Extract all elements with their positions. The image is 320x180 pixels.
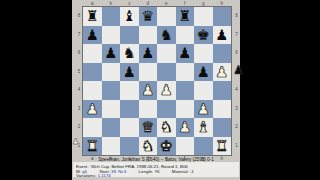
square-f3[interactable] bbox=[176, 100, 195, 119]
black-knight-c6[interactable]: ♞ bbox=[120, 44, 139, 63]
rank-label-5: 5 bbox=[75, 63, 83, 82]
square-b8[interactable] bbox=[102, 7, 121, 26]
square-a8[interactable]: ♜ bbox=[83, 7, 102, 26]
square-d7[interactable] bbox=[139, 26, 158, 45]
square-e3[interactable] bbox=[157, 100, 176, 119]
rank-label-3: 3 bbox=[233, 100, 241, 119]
chess-board[interactable]: ♜♝♛♜♟♞♚♟♟♞♟♟♟♟♟♟♟♟♟♛♞♟♝♜♞♚♜ bbox=[83, 7, 231, 155]
length-label: Length: bbox=[139, 169, 154, 174]
square-e7[interactable]: ♞ bbox=[157, 26, 176, 45]
square-c8[interactable]: ♝ bbox=[120, 7, 139, 26]
square-d1[interactable]: ♞ bbox=[139, 137, 158, 156]
square-d3[interactable] bbox=[139, 100, 158, 119]
square-b2[interactable] bbox=[102, 118, 121, 137]
square-h3[interactable] bbox=[213, 100, 232, 119]
white-knight-e2[interactable]: ♞ bbox=[157, 118, 176, 137]
next-value[interactable]: 39. Nc3 bbox=[111, 169, 126, 174]
white-pawn-f2[interactable]: ♟ bbox=[176, 118, 195, 137]
rank-label-2: 2 bbox=[233, 118, 241, 137]
black-bishop-c8[interactable]: ♝ bbox=[120, 7, 139, 26]
square-d6[interactable]: ♟ bbox=[139, 44, 158, 63]
black-pawn-g5[interactable]: ♟ bbox=[194, 63, 213, 82]
square-f7[interactable] bbox=[176, 26, 195, 45]
white-pawn-d4[interactable]: ♟ bbox=[139, 81, 158, 100]
white-pawn-margin-icon: ♟ bbox=[72, 137, 79, 146]
black-rook-a8[interactable]: ♜ bbox=[83, 7, 102, 26]
square-g7[interactable]: ♚ bbox=[194, 26, 213, 45]
white-pawn-g3[interactable]: ♟ bbox=[194, 100, 213, 119]
players-line: Speelman, Jonathan S (2640) -- Salov, Va… bbox=[72, 157, 240, 163]
material-label: Material: bbox=[172, 169, 189, 174]
white-knight-d1[interactable]: ♞ bbox=[139, 137, 158, 156]
square-g4[interactable] bbox=[194, 81, 213, 100]
square-h8[interactable] bbox=[213, 7, 232, 26]
square-h4[interactable] bbox=[213, 81, 232, 100]
square-b5[interactable] bbox=[102, 63, 121, 82]
rank-labels-left: 87654321 bbox=[75, 7, 83, 155]
variations-value[interactable]: 1.1174 bbox=[98, 173, 111, 178]
rank-label-6: 6 bbox=[75, 44, 83, 63]
rank-label-4: 4 bbox=[233, 81, 241, 100]
length-value: 76 bbox=[154, 169, 159, 174]
black-pawn-h7[interactable]: ♟ bbox=[213, 26, 232, 45]
black-pawn-f6[interactable]: ♟ bbox=[176, 44, 195, 63]
square-a1[interactable]: ♜ bbox=[83, 137, 102, 156]
square-a5[interactable] bbox=[83, 63, 102, 82]
square-d2[interactable]: ♛ bbox=[139, 118, 158, 137]
rank-label-8: 8 bbox=[75, 7, 83, 26]
square-c6[interactable]: ♞ bbox=[120, 44, 139, 63]
square-f5[interactable] bbox=[176, 63, 195, 82]
rank-label-7: 7 bbox=[75, 26, 83, 45]
rank-label-3: 3 bbox=[75, 100, 83, 119]
square-b4[interactable] bbox=[102, 81, 121, 100]
square-b6[interactable]: ♟ bbox=[102, 44, 121, 63]
black-rook-f8[interactable]: ♜ bbox=[176, 7, 195, 26]
rank-label-4: 4 bbox=[75, 81, 83, 100]
square-c2[interactable] bbox=[120, 118, 139, 137]
square-g6[interactable] bbox=[194, 44, 213, 63]
black-pawn-b6[interactable]: ♟ bbox=[102, 44, 121, 63]
square-g2[interactable]: ♝ bbox=[194, 118, 213, 137]
square-a2[interactable] bbox=[83, 118, 102, 137]
square-b7[interactable] bbox=[102, 26, 121, 45]
white-pawn-e4[interactable]: ♟ bbox=[157, 81, 176, 100]
square-c4[interactable] bbox=[120, 81, 139, 100]
square-f4[interactable] bbox=[176, 81, 195, 100]
video-frame: { "game": "chess", "position": "r1bq1r2/… bbox=[0, 0, 320, 180]
square-c7[interactable] bbox=[120, 26, 139, 45]
white-rook-h1[interactable]: ♜ bbox=[213, 137, 232, 156]
square-c1[interactable] bbox=[120, 137, 139, 156]
square-c3[interactable] bbox=[120, 100, 139, 119]
file-labels-top: abcdefgh bbox=[83, 1, 231, 6]
file-label-f: f bbox=[176, 1, 195, 6]
square-e1[interactable]: ♚ bbox=[157, 137, 176, 156]
square-d8[interactable]: ♛ bbox=[139, 7, 158, 26]
square-e8[interactable] bbox=[157, 7, 176, 26]
variations-line: Variations: 1.1174 bbox=[76, 173, 111, 178]
black-pawn-d6[interactable]: ♟ bbox=[139, 44, 158, 63]
square-h7[interactable]: ♟ bbox=[213, 26, 232, 45]
rank-label-7: 7 bbox=[233, 26, 241, 45]
rank-label-6: 6 bbox=[233, 44, 241, 63]
square-h2[interactable] bbox=[213, 118, 232, 137]
square-f8[interactable]: ♜ bbox=[176, 7, 195, 26]
square-f2[interactable]: ♟ bbox=[176, 118, 195, 137]
white-bishop-g2[interactable]: ♝ bbox=[194, 118, 213, 137]
square-b1[interactable] bbox=[102, 137, 121, 156]
square-h5[interactable]: ♟ bbox=[213, 63, 232, 82]
square-g8[interactable] bbox=[194, 7, 213, 26]
square-f6[interactable]: ♟ bbox=[176, 44, 195, 63]
file-label-e: e bbox=[157, 1, 176, 6]
file-label-a: a bbox=[83, 1, 102, 6]
file-label-g: g bbox=[194, 1, 213, 6]
white-pawn-a3[interactable]: ♟ bbox=[83, 100, 102, 119]
white-queen-d2[interactable]: ♛ bbox=[139, 118, 158, 137]
square-b3[interactable] bbox=[102, 100, 121, 119]
rank-label-2: 2 bbox=[75, 118, 83, 137]
square-h6[interactable] bbox=[213, 44, 232, 63]
black-queen-d8[interactable]: ♛ bbox=[139, 7, 158, 26]
white-pawn-h5[interactable]: ♟ bbox=[213, 63, 232, 82]
square-e6[interactable] bbox=[157, 44, 176, 63]
square-c5[interactable]: ♟ bbox=[120, 63, 139, 82]
square-g5[interactable]: ♟ bbox=[194, 63, 213, 82]
rank-label-8: 8 bbox=[233, 7, 241, 26]
square-d4[interactable]: ♟ bbox=[139, 81, 158, 100]
material-value: -1 bbox=[190, 169, 194, 174]
square-g3[interactable]: ♟ bbox=[194, 100, 213, 119]
square-e2[interactable]: ♞ bbox=[157, 118, 176, 137]
square-e4[interactable]: ♟ bbox=[157, 81, 176, 100]
black-knight-e7[interactable]: ♞ bbox=[157, 26, 176, 45]
square-d5[interactable] bbox=[139, 63, 158, 82]
square-e5[interactable] bbox=[157, 63, 176, 82]
square-a7[interactable]: ♟ bbox=[83, 26, 102, 45]
square-a4[interactable] bbox=[83, 81, 102, 100]
square-a6[interactable] bbox=[83, 44, 102, 63]
variations-label: Variations: bbox=[76, 173, 96, 178]
square-a3[interactable]: ♟ bbox=[83, 100, 102, 119]
square-g1[interactable] bbox=[194, 137, 213, 156]
file-label-h: h bbox=[213, 1, 232, 6]
white-king-e1[interactable]: ♚ bbox=[157, 137, 176, 156]
file-label-d: d bbox=[139, 1, 158, 6]
file-label-c: c bbox=[120, 1, 139, 6]
black-king-g7[interactable]: ♚ bbox=[194, 26, 213, 45]
square-h1[interactable]: ♜ bbox=[213, 137, 232, 156]
black-pawn-a7[interactable]: ♟ bbox=[83, 26, 102, 45]
black-pawn-margin-icon: ♟ bbox=[233, 64, 244, 77]
square-f1[interactable] bbox=[176, 137, 195, 156]
file-label-b: b bbox=[102, 1, 121, 6]
black-pawn-c5[interactable]: ♟ bbox=[120, 63, 139, 82]
white-rook-a1[interactable]: ♜ bbox=[83, 137, 102, 156]
rank-label-1: 1 bbox=[233, 137, 241, 156]
rank-labels-right: 87654321 bbox=[233, 7, 241, 155]
